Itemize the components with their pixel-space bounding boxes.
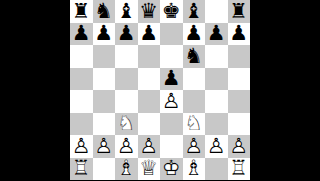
white-piece-outline: ♙: [115, 135, 138, 158]
piece-black-pawn[interactable]: ♟: [93, 23, 116, 46]
piece-black-queen[interactable]: ♛: [138, 0, 161, 23]
square-g8[interactable]: [205, 0, 228, 23]
black-piece-fill: ♜: [228, 0, 251, 23]
piece-black-bishop[interactable]: ♝: [183, 0, 206, 23]
black-piece-fill: ♟: [93, 23, 116, 46]
piece-white-pawn[interactable]: ♟♙: [228, 135, 251, 158]
black-piece-fill: ♟: [160, 68, 183, 91]
square-g4[interactable]: [205, 90, 228, 113]
white-piece-outline: ♙: [160, 90, 183, 113]
white-piece-outline: ♙: [93, 135, 116, 158]
black-piece-fill: ♞: [183, 45, 206, 68]
piece-black-pawn[interactable]: ♟: [160, 68, 183, 91]
square-e4[interactable]: ♟♙: [160, 90, 183, 113]
white-piece-outline: ♗: [115, 158, 138, 181]
square-d6[interactable]: [138, 45, 161, 68]
letterbox-right: [250, 0, 320, 180]
white-piece-outline: ♗: [183, 158, 206, 181]
piece-white-pawn[interactable]: ♟♙: [138, 135, 161, 158]
black-piece-fill: ♟: [115, 23, 138, 46]
screenshot-root: { "game": "chess", "position": { "fen": …: [0, 0, 320, 180]
black-piece-fill: ♞: [93, 0, 116, 23]
square-a7[interactable]: ♟: [70, 23, 93, 46]
black-piece-fill: ♟: [138, 23, 161, 46]
square-h6[interactable]: [228, 45, 251, 68]
white-piece-outline: ♕: [138, 158, 161, 181]
square-c3[interactable]: ♞♘: [115, 113, 138, 136]
piece-white-knight[interactable]: ♞♘: [115, 113, 138, 136]
square-c1[interactable]: ♝♗: [115, 158, 138, 181]
piece-white-bishop[interactable]: ♝♗: [183, 158, 206, 181]
piece-black-pawn[interactable]: ♟: [183, 23, 206, 46]
square-g5[interactable]: [205, 68, 228, 91]
black-piece-fill: ♛: [138, 0, 161, 23]
black-piece-fill: ♟: [183, 23, 206, 46]
white-piece-outline: ♘: [183, 113, 206, 136]
black-piece-fill: ♟: [228, 23, 251, 46]
square-d5[interactable]: [138, 68, 161, 91]
square-f1[interactable]: ♝♗: [183, 158, 206, 181]
square-c7[interactable]: ♟: [115, 23, 138, 46]
square-d4[interactable]: [138, 90, 161, 113]
white-piece-outline: ♙: [228, 135, 251, 158]
square-h7[interactable]: ♟: [228, 23, 251, 46]
piece-white-knight[interactable]: ♞♘: [183, 113, 206, 136]
piece-black-rook[interactable]: ♜: [228, 0, 251, 23]
piece-black-bishop[interactable]: ♝: [115, 0, 138, 23]
chess-board: ♜♞♝♛♚♝♜♟♟♟♟♟♟♟♞♟♟♙♞♘♞♘♟♙♟♙♟♙♟♙♟♙♟♙♟♙♜♖♝♗…: [70, 0, 250, 180]
square-b4[interactable]: [93, 90, 116, 113]
square-g7[interactable]: ♟: [205, 23, 228, 46]
square-h2[interactable]: ♟♙: [228, 135, 251, 158]
black-piece-fill: ♚: [160, 0, 183, 23]
square-b8[interactable]: ♞: [93, 0, 116, 23]
square-a4[interactable]: [70, 90, 93, 113]
square-b3[interactable]: [93, 113, 116, 136]
square-g6[interactable]: [205, 45, 228, 68]
black-piece-fill: ♝: [115, 0, 138, 23]
square-f6[interactable]: ♞: [183, 45, 206, 68]
black-piece-fill: ♟: [205, 23, 228, 46]
square-c4[interactable]: [115, 90, 138, 113]
white-piece-outline: ♘: [115, 113, 138, 136]
square-d7[interactable]: ♟: [138, 23, 161, 46]
piece-white-rook[interactable]: ♜♖: [228, 158, 251, 181]
square-b1[interactable]: [93, 158, 116, 181]
piece-black-knight[interactable]: ♞: [93, 0, 116, 23]
piece-black-king[interactable]: ♚: [160, 0, 183, 23]
square-e3[interactable]: [160, 113, 183, 136]
square-f8[interactable]: ♝: [183, 0, 206, 23]
piece-black-pawn[interactable]: ♟: [115, 23, 138, 46]
piece-white-pawn[interactable]: ♟♙: [160, 90, 183, 113]
square-d3[interactable]: [138, 113, 161, 136]
square-c2[interactable]: ♟♙: [115, 135, 138, 158]
square-a2[interactable]: ♟♙: [70, 135, 93, 158]
piece-white-pawn[interactable]: ♟♙: [115, 135, 138, 158]
square-g1[interactable]: [205, 158, 228, 181]
square-g2[interactable]: ♟♙: [205, 135, 228, 158]
square-b7[interactable]: ♟: [93, 23, 116, 46]
square-a3[interactable]: [70, 113, 93, 136]
square-e2[interactable]: [160, 135, 183, 158]
square-d8[interactable]: ♛: [138, 0, 161, 23]
piece-white-pawn[interactable]: ♟♙: [70, 135, 93, 158]
square-h8[interactable]: ♜: [228, 0, 251, 23]
white-piece-outline: ♙: [205, 135, 228, 158]
square-b2[interactable]: ♟♙: [93, 135, 116, 158]
square-h5[interactable]: [228, 68, 251, 91]
square-h3[interactable]: [228, 113, 251, 136]
piece-white-rook[interactable]: ♜♖: [70, 158, 93, 181]
black-piece-fill: ♝: [183, 0, 206, 23]
piece-black-pawn[interactable]: ♟: [205, 23, 228, 46]
square-c6[interactable]: [115, 45, 138, 68]
piece-black-pawn[interactable]: ♟: [70, 23, 93, 46]
square-a5[interactable]: [70, 68, 93, 91]
piece-white-king[interactable]: ♚♔: [160, 158, 183, 181]
square-b6[interactable]: [93, 45, 116, 68]
square-g3[interactable]: [205, 113, 228, 136]
square-f5[interactable]: [183, 68, 206, 91]
square-b5[interactable]: [93, 68, 116, 91]
piece-white-pawn[interactable]: ♟♙: [205, 135, 228, 158]
square-h4[interactable]: [228, 90, 251, 113]
square-f2[interactable]: ♟♙: [183, 135, 206, 158]
piece-black-rook[interactable]: ♜: [70, 0, 93, 23]
square-h1[interactable]: ♜♖: [228, 158, 251, 181]
square-e8[interactable]: ♚: [160, 0, 183, 23]
letterbox-left: [0, 0, 70, 180]
white-piece-outline: ♙: [138, 135, 161, 158]
square-e6[interactable]: [160, 45, 183, 68]
white-piece-outline: ♖: [228, 158, 251, 181]
square-f3[interactable]: ♞♘: [183, 113, 206, 136]
square-a6[interactable]: [70, 45, 93, 68]
square-c8[interactable]: ♝: [115, 0, 138, 23]
square-e1[interactable]: ♚♔: [160, 158, 183, 181]
piece-white-pawn[interactable]: ♟♙: [93, 135, 116, 158]
white-piece-outline: ♙: [70, 135, 93, 158]
square-f7[interactable]: ♟: [183, 23, 206, 46]
square-d2[interactable]: ♟♙: [138, 135, 161, 158]
black-piece-fill: ♜: [70, 0, 93, 23]
white-piece-outline: ♖: [70, 158, 93, 181]
square-e7[interactable]: [160, 23, 183, 46]
white-piece-outline: ♔: [160, 158, 183, 181]
white-piece-outline: ♙: [183, 135, 206, 158]
piece-white-bishop[interactable]: ♝♗: [115, 158, 138, 181]
black-piece-fill: ♟: [70, 23, 93, 46]
square-d1[interactable]: ♛♕: [138, 158, 161, 181]
piece-white-queen[interactable]: ♛♕: [138, 158, 161, 181]
piece-white-pawn[interactable]: ♟♙: [183, 135, 206, 158]
square-a1[interactable]: ♜♖: [70, 158, 93, 181]
piece-black-pawn[interactable]: ♟: [138, 23, 161, 46]
square-c5[interactable]: [115, 68, 138, 91]
square-f4[interactable]: [183, 90, 206, 113]
square-a8[interactable]: ♜: [70, 0, 93, 23]
piece-black-knight[interactable]: ♞: [183, 45, 206, 68]
square-e5[interactable]: ♟: [160, 68, 183, 91]
piece-black-pawn[interactable]: ♟: [228, 23, 251, 46]
